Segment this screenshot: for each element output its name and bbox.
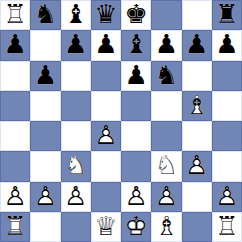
square-f4[interactable] xyxy=(151,121,181,151)
piece-glyph: ♖ xyxy=(0,212,30,242)
square-a1[interactable]: ♜♖ xyxy=(0,212,30,242)
square-d5[interactable] xyxy=(91,91,121,121)
piece-glyph: ♚ xyxy=(121,0,151,30)
square-d4[interactable]: ♟♙ xyxy=(91,121,121,151)
piece-glyph: ♘ xyxy=(61,151,91,181)
piece-glyph: ♝ xyxy=(61,0,91,30)
piece-glyph: ♜ xyxy=(212,0,242,30)
piece-glyph: ♖ xyxy=(0,0,30,30)
black-queen-icon[interactable]: ♛♛ xyxy=(91,0,121,30)
black-pawn-icon[interactable]: ♟♟ xyxy=(182,30,212,60)
square-h2[interactable]: ♟♙ xyxy=(212,182,242,212)
piece-glyph: ♟ xyxy=(212,30,242,60)
square-a6[interactable] xyxy=(0,61,30,91)
square-e8[interactable]: ♚♚ xyxy=(121,0,151,30)
square-f5[interactable] xyxy=(151,91,181,121)
square-f6[interactable]: ♞♞ xyxy=(151,61,181,91)
square-f1[interactable]: ♝♗ xyxy=(151,212,181,242)
square-c1[interactable] xyxy=(61,212,91,242)
square-g2[interactable] xyxy=(182,182,212,212)
square-c3[interactable]: ♞♘ xyxy=(61,151,91,181)
piece-glyph: ♖ xyxy=(212,212,242,242)
white-pawn-icon[interactable]: ♟♙ xyxy=(182,151,212,181)
square-d6[interactable] xyxy=(91,61,121,91)
square-d7[interactable]: ♟♟ xyxy=(91,30,121,60)
square-c6[interactable] xyxy=(61,61,91,91)
piece-glyph: ♞ xyxy=(151,61,181,91)
white-pawn-icon[interactable]: ♟♙ xyxy=(91,121,121,151)
white-rook-icon[interactable]: ♜♖ xyxy=(212,212,242,242)
piece-glyph: ♙ xyxy=(151,182,181,212)
square-g4[interactable] xyxy=(182,121,212,151)
piece-glyph: ♟ xyxy=(30,61,60,91)
black-king-icon[interactable]: ♚♚ xyxy=(121,0,151,30)
square-c8[interactable]: ♝♝ xyxy=(61,0,91,30)
square-a7[interactable]: ♟♟ xyxy=(0,30,30,60)
black-pawn-icon[interactable]: ♟♟ xyxy=(212,30,242,60)
black-pawn-icon[interactable]: ♟♟ xyxy=(121,61,151,91)
square-a2[interactable]: ♟♙ xyxy=(0,182,30,212)
piece-glyph: ♙ xyxy=(30,182,60,212)
square-g3[interactable]: ♟♙ xyxy=(182,151,212,181)
black-bishop-icon[interactable]: ♝♝ xyxy=(121,30,151,60)
white-knight-icon[interactable]: ♞♘ xyxy=(151,151,181,181)
square-e1[interactable]: ♚♔ xyxy=(121,212,151,242)
white-pawn-icon[interactable]: ♟♙ xyxy=(212,182,242,212)
piece-glyph: ♟ xyxy=(0,30,30,60)
square-h4[interactable] xyxy=(212,121,242,151)
square-c2[interactable]: ♟♙ xyxy=(61,182,91,212)
black-rook-icon[interactable]: ♜♜ xyxy=(212,0,242,30)
square-e7[interactable]: ♝♝ xyxy=(121,30,151,60)
white-rook-icon[interactable]: ♜♖ xyxy=(0,212,30,242)
square-b2[interactable]: ♟♙ xyxy=(30,182,60,212)
black-pawn-icon[interactable]: ♟♟ xyxy=(0,30,30,60)
square-e5[interactable] xyxy=(121,91,151,121)
square-g5[interactable]: ♝♗ xyxy=(182,91,212,121)
square-g6[interactable] xyxy=(182,61,212,91)
black-pawn-icon[interactable]: ♟♟ xyxy=(30,61,60,91)
piece-glyph: ♗ xyxy=(151,212,181,242)
square-b8[interactable]: ♞♞ xyxy=(30,0,60,30)
square-g8[interactable] xyxy=(182,0,212,30)
piece-glyph: ♙ xyxy=(121,182,151,212)
black-pawn-icon[interactable]: ♟♟ xyxy=(61,30,91,60)
square-f8[interactable] xyxy=(151,0,181,30)
square-f2[interactable]: ♟♙ xyxy=(151,182,181,212)
piece-glyph: ♟ xyxy=(151,30,181,60)
white-pawn-icon[interactable]: ♟♙ xyxy=(61,182,91,212)
square-d8[interactable]: ♛♛ xyxy=(91,0,121,30)
piece-glyph: ♙ xyxy=(182,151,212,181)
black-knight-icon[interactable]: ♞♞ xyxy=(151,61,181,91)
square-a3[interactable] xyxy=(0,151,30,181)
square-e4[interactable] xyxy=(121,121,151,151)
square-h5[interactable] xyxy=(212,91,242,121)
piece-glyph: ♙ xyxy=(0,182,30,212)
piece-glyph: ♘ xyxy=(151,151,181,181)
square-h1[interactable]: ♜♖ xyxy=(212,212,242,242)
square-a5[interactable] xyxy=(0,91,30,121)
square-d3[interactable] xyxy=(91,151,121,181)
white-pawn-icon[interactable]: ♟♙ xyxy=(0,182,30,212)
square-e3[interactable] xyxy=(121,151,151,181)
square-h6[interactable] xyxy=(212,61,242,91)
square-g7[interactable]: ♟♟ xyxy=(182,30,212,60)
square-a8[interactable]: ♜♖ xyxy=(0,0,30,30)
square-c5[interactable] xyxy=(61,91,91,121)
square-c7[interactable]: ♟♟ xyxy=(61,30,91,60)
piece-glyph: ♝ xyxy=(121,30,151,60)
white-pawn-icon[interactable]: ♟♙ xyxy=(121,182,151,212)
white-pawn-icon[interactable]: ♟♙ xyxy=(151,182,181,212)
white-queen-icon[interactable]: ♛♕ xyxy=(91,212,121,242)
white-knight-icon[interactable]: ♞♘ xyxy=(61,151,91,181)
black-bishop-icon[interactable]: ♝♝ xyxy=(61,0,91,30)
piece-glyph: ♗ xyxy=(182,91,212,121)
square-b5[interactable] xyxy=(30,91,60,121)
piece-glyph: ♟ xyxy=(91,30,121,60)
square-h7[interactable]: ♟♟ xyxy=(212,30,242,60)
square-h8[interactable]: ♜♜ xyxy=(212,0,242,30)
black-knight-icon[interactable]: ♞♞ xyxy=(30,0,60,30)
square-b4[interactable] xyxy=(30,121,60,151)
square-g1[interactable] xyxy=(182,212,212,242)
square-a4[interactable] xyxy=(0,121,30,151)
piece-glyph: ♟ xyxy=(182,30,212,60)
white-king-icon[interactable]: ♚♔ xyxy=(121,212,151,242)
piece-glyph: ♙ xyxy=(61,182,91,212)
square-d1[interactable]: ♛♕ xyxy=(91,212,121,242)
square-f7[interactable]: ♟♟ xyxy=(151,30,181,60)
chess-board: ♜♖♞♞♝♝♛♛♚♚♜♜♟♟♟♟♟♟♝♝♟♟♟♟♟♟♟♟♟♟♞♞♝♗♟♙♞♘♞♘… xyxy=(0,0,242,242)
piece-glyph: ♙ xyxy=(91,121,121,151)
piece-glyph: ♟ xyxy=(61,30,91,60)
black-pawn-icon[interactable]: ♟♟ xyxy=(91,30,121,60)
square-b1[interactable] xyxy=(30,212,60,242)
square-d2[interactable] xyxy=(91,182,121,212)
square-b7[interactable] xyxy=(30,30,60,60)
black-pawn-icon[interactable]: ♟♟ xyxy=(151,30,181,60)
white-pawn-icon[interactable]: ♟♙ xyxy=(30,182,60,212)
white-bishop-icon[interactable]: ♝♗ xyxy=(151,212,181,242)
square-e2[interactable]: ♟♙ xyxy=(121,182,151,212)
piece-glyph: ♔ xyxy=(121,212,151,242)
piece-glyph: ♛ xyxy=(91,0,121,30)
piece-glyph: ♙ xyxy=(212,182,242,212)
square-c4[interactable] xyxy=(61,121,91,151)
square-h3[interactable] xyxy=(212,151,242,181)
square-f3[interactable]: ♞♘ xyxy=(151,151,181,181)
white-rook-icon[interactable]: ♜♖ xyxy=(0,0,30,30)
white-bishop-icon[interactable]: ♝♗ xyxy=(182,91,212,121)
piece-glyph: ♟ xyxy=(121,61,151,91)
square-e6[interactable]: ♟♟ xyxy=(121,61,151,91)
square-b3[interactable] xyxy=(30,151,60,181)
piece-glyph: ♕ xyxy=(91,212,121,242)
piece-glyph: ♞ xyxy=(30,0,60,30)
square-b6[interactable]: ♟♟ xyxy=(30,61,60,91)
